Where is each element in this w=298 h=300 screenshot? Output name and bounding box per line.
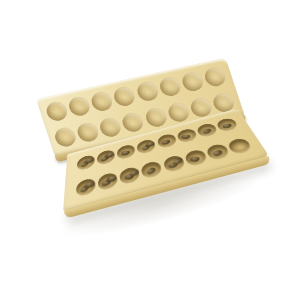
seed <box>189 156 200 162</box>
pit[interactable] <box>76 177 96 197</box>
seed <box>85 181 95 188</box>
pit[interactable] <box>119 166 140 186</box>
seed <box>161 139 170 145</box>
seed <box>201 128 212 135</box>
pit[interactable] <box>136 138 156 155</box>
pit[interactable] <box>227 137 254 155</box>
pit[interactable] <box>176 127 198 143</box>
pit[interactable] <box>141 160 163 180</box>
pit[interactable] <box>98 171 118 191</box>
seed <box>181 134 192 139</box>
seed <box>145 142 155 147</box>
pit[interactable] <box>205 143 231 162</box>
pit[interactable] <box>184 148 209 167</box>
pit[interactable] <box>156 133 177 150</box>
seed <box>145 167 157 175</box>
pit[interactable] <box>162 154 186 173</box>
pit[interactable] <box>77 154 95 172</box>
seed <box>223 123 232 128</box>
pit[interactable] <box>215 117 239 133</box>
mancala-board <box>0 0 298 300</box>
seed <box>211 149 223 157</box>
pit[interactable] <box>117 143 136 160</box>
seed <box>85 157 94 163</box>
seed <box>120 151 130 156</box>
seed <box>105 152 116 158</box>
pit[interactable] <box>196 122 219 138</box>
pit[interactable] <box>97 149 115 166</box>
